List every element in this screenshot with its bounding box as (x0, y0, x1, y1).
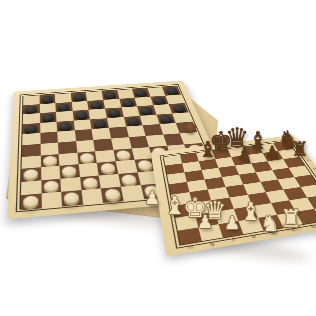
black-checker[interactable] (134, 89, 147, 96)
black-checker[interactable] (90, 101, 103, 108)
black-checker[interactable] (140, 106, 154, 114)
draughts-cell[interactable] (101, 187, 124, 203)
cream-pawn[interactable]: ♟ (144, 189, 160, 207)
black-checker[interactable] (165, 87, 179, 94)
white-checker[interactable] (23, 196, 38, 208)
black-checker[interactable] (171, 104, 186, 112)
white-checker[interactable] (64, 192, 80, 204)
cream-rook[interactable]: ♜ (280, 207, 302, 231)
white-checker[interactable] (80, 153, 95, 163)
white-checker[interactable] (104, 189, 121, 201)
white-checker[interactable] (137, 160, 153, 170)
black-checker[interactable] (104, 91, 117, 98)
white-checker[interactable] (24, 169, 38, 180)
black-checker[interactable] (73, 93, 85, 100)
white-checker[interactable] (83, 177, 99, 188)
black-checker[interactable] (159, 115, 174, 123)
white-checker[interactable] (116, 150, 131, 160)
white-checker[interactable] (43, 155, 57, 165)
black-checker[interactable] (58, 103, 71, 111)
drawer-knob[interactable] (186, 123, 196, 133)
brown-rook[interactable]: ♜ (291, 139, 309, 159)
draughts-cell[interactable] (81, 189, 103, 205)
white-checker[interactable] (100, 163, 116, 173)
black-checker[interactable] (93, 119, 107, 127)
black-checker[interactable] (121, 99, 134, 106)
cream-queen[interactable]: ♛ (204, 198, 226, 223)
white-checker[interactable] (62, 166, 77, 176)
draughts-cell[interactable] (21, 194, 42, 210)
cream-knight[interactable]: ♞ (260, 213, 280, 235)
black-checker[interactable] (107, 109, 121, 117)
black-checker[interactable] (25, 105, 37, 113)
draughts-cell[interactable] (61, 190, 83, 206)
black-checker[interactable] (152, 97, 166, 104)
cream-pawn[interactable]: ♟ (224, 214, 240, 232)
black-checker[interactable] (75, 111, 88, 119)
white-checker[interactable] (121, 174, 137, 185)
black-checker[interactable] (41, 95, 53, 102)
product-scene: hgfedcba 87654321 ♝♚♛♟♝♟♞♜♟♝♚♟♛♟♝♞♜ (0, 0, 316, 316)
black-checker[interactable] (59, 122, 72, 130)
white-checker[interactable] (44, 180, 59, 191)
black-checker[interactable] (42, 113, 55, 121)
draughts-cell[interactable] (41, 192, 62, 208)
cream-bishop[interactable]: ♝ (240, 199, 262, 224)
black-checker[interactable] (25, 124, 38, 132)
black-checker[interactable] (126, 117, 140, 125)
